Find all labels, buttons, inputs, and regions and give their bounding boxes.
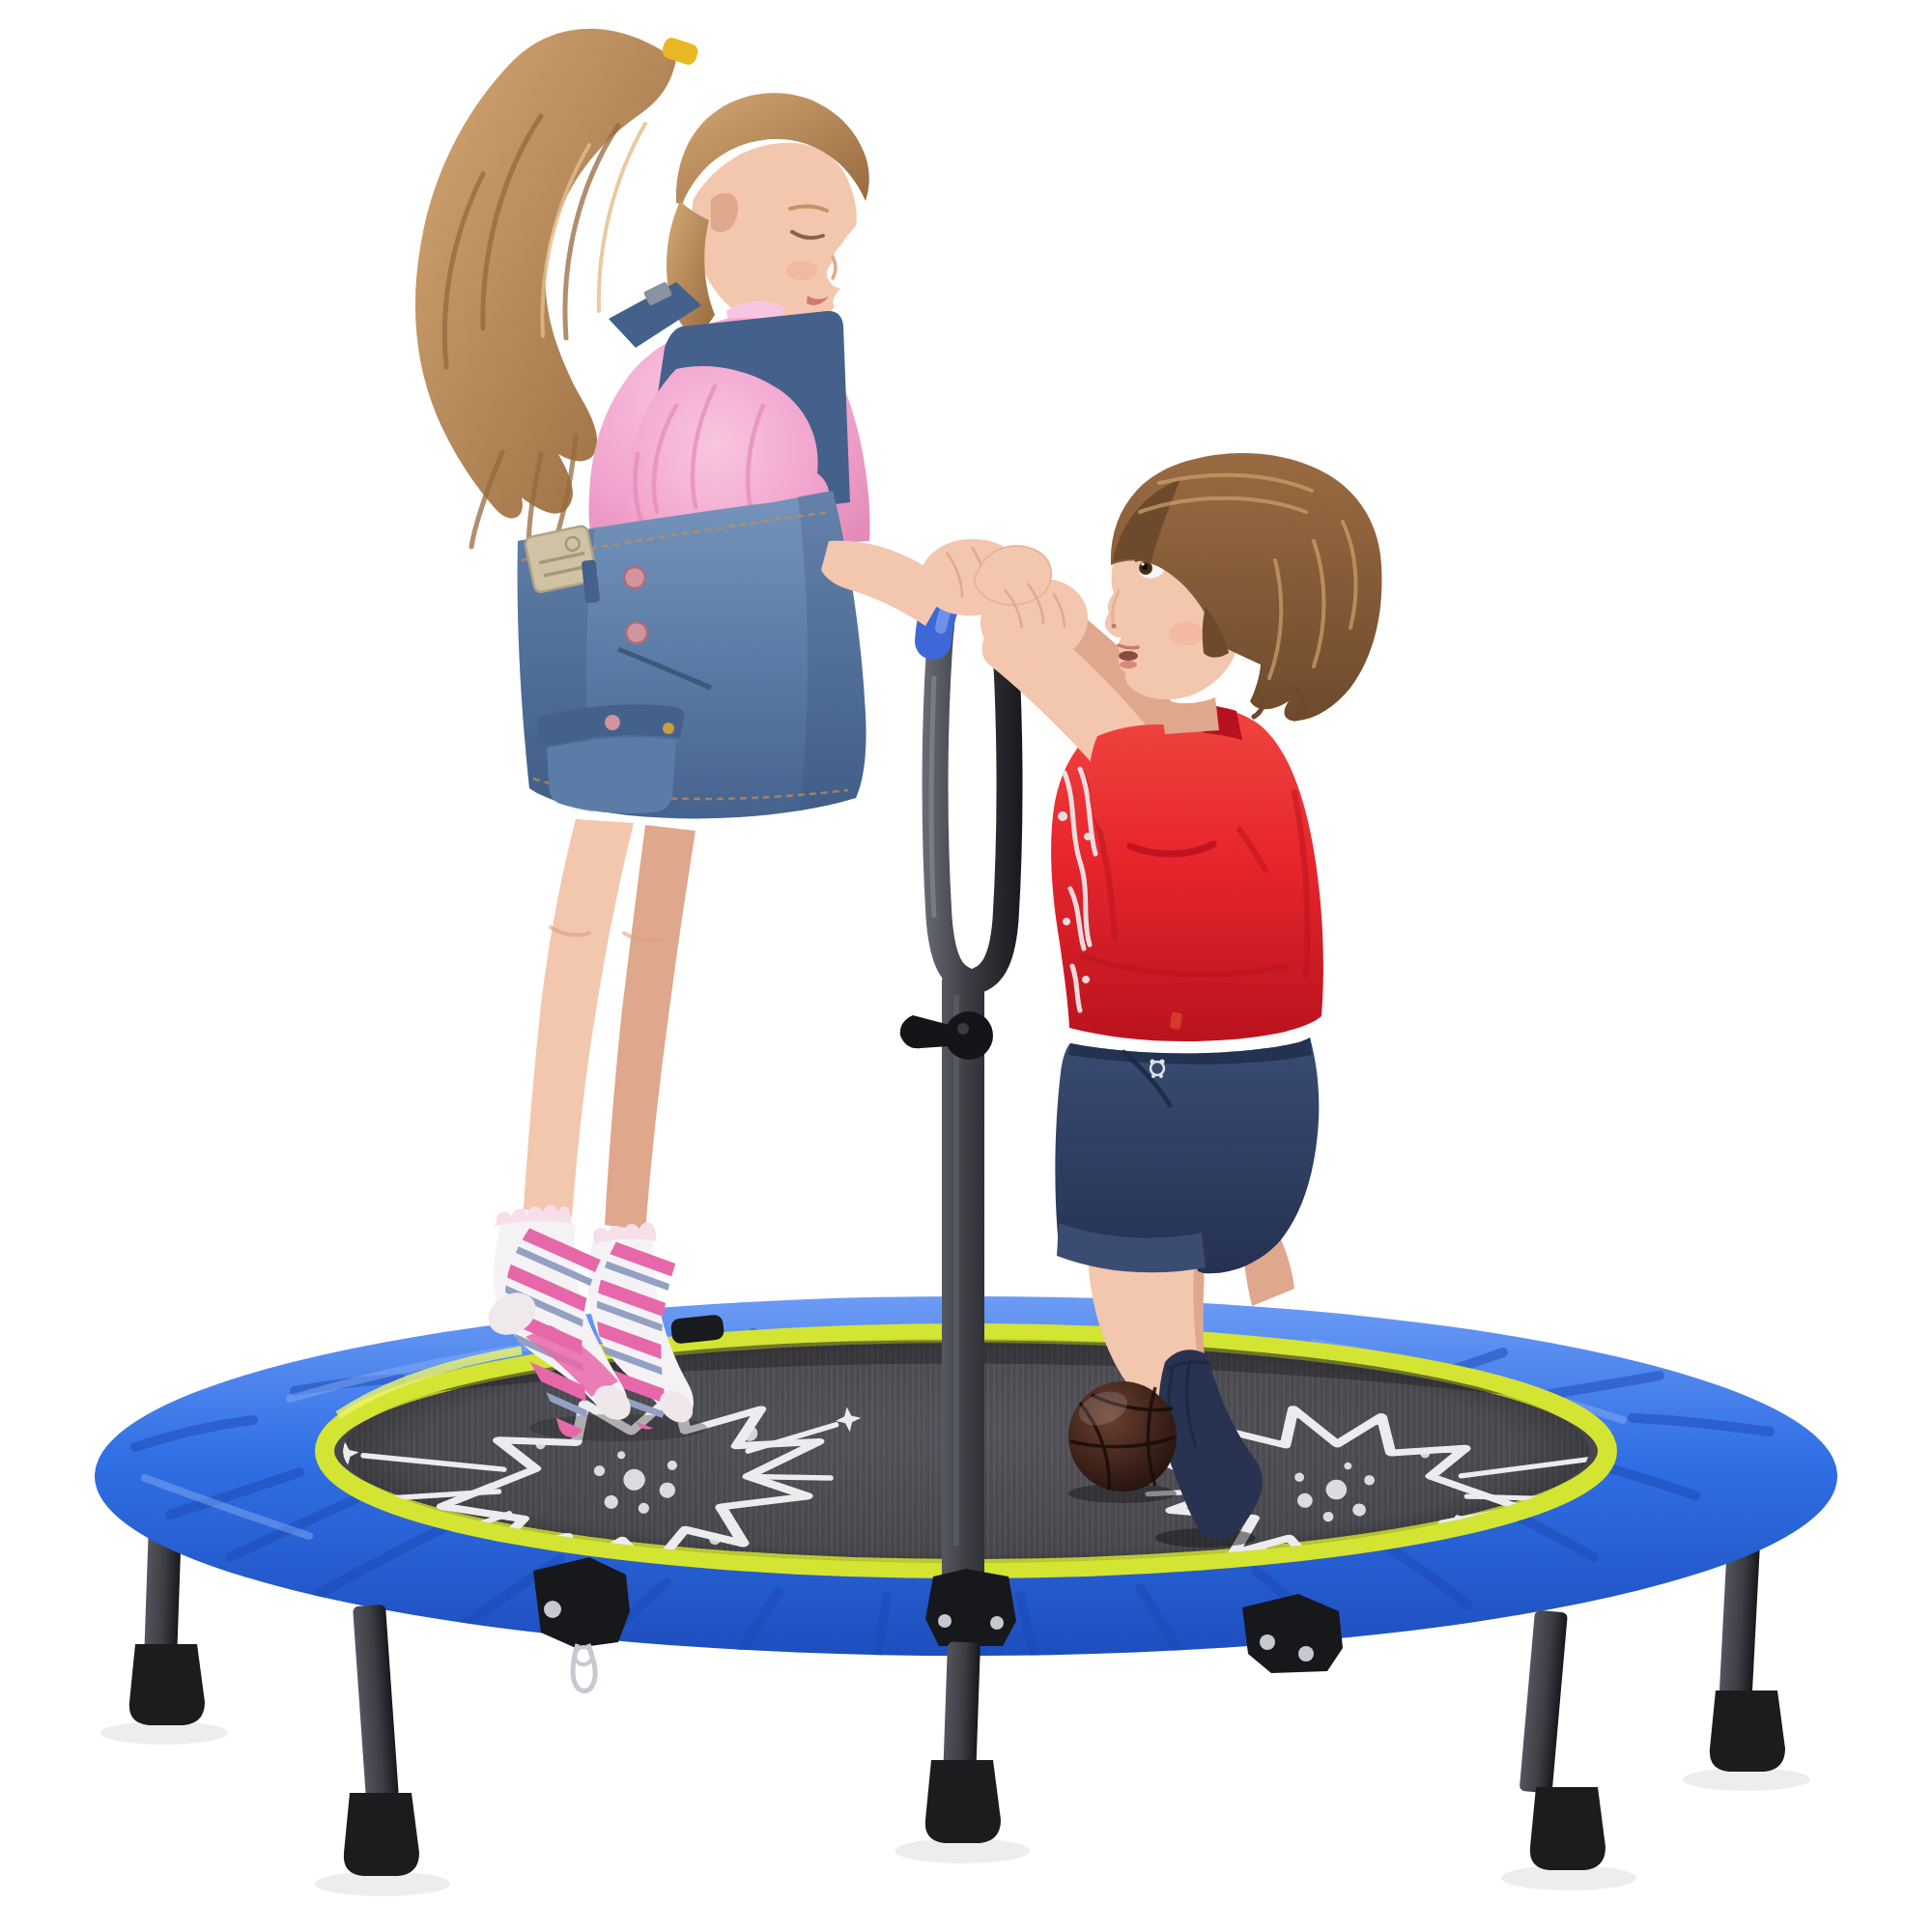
bracket-screw xyxy=(938,1614,952,1628)
hinge-screw xyxy=(1260,1634,1275,1650)
girl-cheek-blush xyxy=(786,261,817,280)
trampoline-leg xyxy=(1520,1610,1568,1794)
pocket-snap xyxy=(605,715,620,730)
handle-loop-left-tube xyxy=(935,628,964,980)
boy-nostril xyxy=(1112,624,1117,629)
knob-body xyxy=(945,1011,993,1060)
boy-sleeve xyxy=(1089,724,1248,859)
boy-lower-lip xyxy=(1120,661,1137,668)
bracket-screw xyxy=(990,1616,1004,1630)
shorts-logo-ear xyxy=(1160,1060,1165,1065)
knob-shine xyxy=(957,1023,969,1035)
overall-button xyxy=(626,622,647,643)
trampoline-foot xyxy=(1710,1690,1785,1772)
trampoline-leg xyxy=(353,1605,399,1800)
boy-cheek-blush xyxy=(1169,622,1204,645)
handle-loop-right-tube xyxy=(980,633,1009,980)
pole-base-bracket xyxy=(925,1569,1016,1646)
center-leg xyxy=(943,1641,980,1768)
girl-nose xyxy=(833,257,836,278)
hinge-screw xyxy=(1298,1646,1314,1662)
tube-specular xyxy=(931,676,934,918)
tshirt-hem-tag xyxy=(1170,1011,1182,1029)
shorts-logo-foot xyxy=(1151,1074,1155,1078)
eye-highlight xyxy=(1141,562,1144,565)
hinge-screw xyxy=(544,1601,561,1618)
trampoline-foot xyxy=(1530,1787,1605,1870)
boy-mouth-open xyxy=(1119,651,1138,661)
pocket-rivet xyxy=(663,723,674,734)
shorts-logo-ear xyxy=(1151,1060,1155,1065)
cargo-pocket xyxy=(547,737,676,813)
ball xyxy=(1068,1381,1177,1492)
trampoline-foot xyxy=(129,1644,205,1725)
shorts-logo-foot xyxy=(1159,1074,1163,1078)
handlebar-pole xyxy=(942,974,984,1611)
boy-neck xyxy=(1159,697,1219,734)
overall-button xyxy=(624,567,645,588)
center-foot xyxy=(925,1760,1001,1843)
product-photo xyxy=(0,0,1932,1932)
trampoline-foot xyxy=(344,1793,419,1876)
